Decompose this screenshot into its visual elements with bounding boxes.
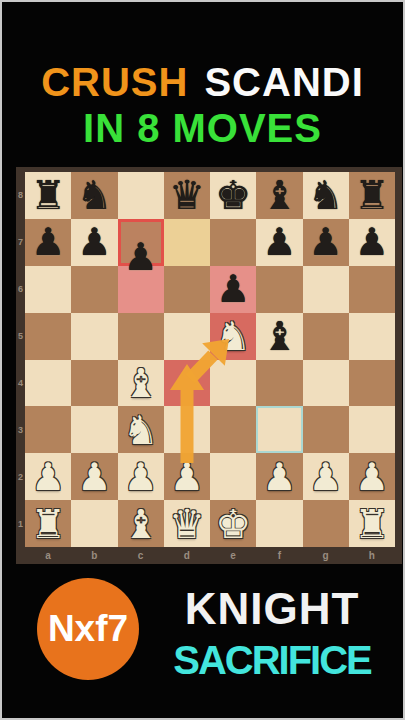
piece-black-pawn: ♟ xyxy=(349,219,395,266)
caption-sacrifice: SACRIFICE xyxy=(152,638,392,683)
square-b7[interactable]: ♟ xyxy=(71,219,117,266)
piece-white-bishop: ♝ xyxy=(118,500,164,547)
piece-black-pawn: ♟ xyxy=(210,266,256,313)
square-a4[interactable] xyxy=(25,360,71,407)
square-c4[interactable]: ♝ xyxy=(118,360,164,407)
board-grid: ♜♞♛♚♝♞♜♟♟♟♟♟♟♟♞♝♝♞♟♟♟♟♟♟♟♜♝♛♚♜ xyxy=(25,172,395,547)
square-e8[interactable]: ♚ xyxy=(210,172,256,219)
square-a1[interactable]: ♜ xyxy=(25,500,71,547)
file-label-h: h xyxy=(349,547,395,564)
square-a6[interactable] xyxy=(25,266,71,313)
square-b1[interactable] xyxy=(71,500,117,547)
piece-black-pawn: ♟ xyxy=(256,219,302,266)
piece-white-pawn: ♟ xyxy=(71,453,117,500)
move-badge-label: Nxf7 xyxy=(48,608,128,650)
square-f5[interactable]: ♝ xyxy=(256,313,302,360)
square-b4[interactable] xyxy=(71,360,117,407)
title-word-scandi: SCANDI xyxy=(204,59,363,105)
file-label-g: g xyxy=(303,547,349,564)
piece-white-king: ♚ xyxy=(210,500,256,547)
file-label-f: f xyxy=(256,547,302,564)
square-h1[interactable]: ♜ xyxy=(349,500,395,547)
square-g7[interactable]: ♟ xyxy=(303,219,349,266)
square-c3[interactable]: ♞ xyxy=(118,406,164,453)
square-e7[interactable] xyxy=(210,219,256,266)
chess-board: 87654321 abcdefgh ♜♞♛♚♝♞♜♟♟♟♟♟♟♟♞♝♝♞♟♟♟♟… xyxy=(16,167,402,564)
piece-black-pawn: ♟ xyxy=(303,219,349,266)
file-labels: abcdefgh xyxy=(25,547,395,564)
piece-white-pawn: ♟ xyxy=(164,453,210,500)
square-d7[interactable] xyxy=(164,219,210,266)
square-f2[interactable]: ♟ xyxy=(256,453,302,500)
rank-labels: 87654321 xyxy=(16,172,25,547)
square-h6[interactable] xyxy=(349,266,395,313)
square-e4[interactable] xyxy=(210,360,256,407)
square-d2[interactable]: ♟ xyxy=(164,453,210,500)
square-g4[interactable] xyxy=(303,360,349,407)
square-f4[interactable] xyxy=(256,360,302,407)
square-c1[interactable]: ♝ xyxy=(118,500,164,547)
title-word-crush: CRUSH xyxy=(41,59,188,105)
file-label-e: e xyxy=(210,547,256,564)
square-h8[interactable]: ♜ xyxy=(349,172,395,219)
square-b6[interactable] xyxy=(71,266,117,313)
square-c6[interactable] xyxy=(118,266,164,313)
piece-white-knight: ♞ xyxy=(118,406,164,453)
rank-label-6: 6 xyxy=(16,266,25,313)
piece-white-queen: ♛ xyxy=(164,500,210,547)
video-thumbnail: CRUSH SCANDI IN 8 MOVES 87654321 abcdefg… xyxy=(0,0,405,720)
square-e3[interactable] xyxy=(210,406,256,453)
rank-label-7: 7 xyxy=(16,219,25,266)
file-label-c: c xyxy=(118,547,164,564)
square-d5[interactable] xyxy=(164,313,210,360)
square-a7[interactable]: ♟ xyxy=(25,219,71,266)
piece-black-bishop: ♝ xyxy=(256,313,302,360)
piece-white-pawn: ♟ xyxy=(25,453,71,500)
piece-black-king: ♚ xyxy=(210,172,256,219)
title-line-2: IN 8 MOVES xyxy=(83,105,322,151)
square-d4[interactable] xyxy=(164,360,210,407)
piece-white-pawn: ♟ xyxy=(256,453,302,500)
square-b8[interactable]: ♞ xyxy=(71,172,117,219)
square-e2[interactable] xyxy=(210,453,256,500)
square-c5[interactable] xyxy=(118,313,164,360)
square-c2[interactable]: ♟ xyxy=(118,453,164,500)
square-h2[interactable]: ♟ xyxy=(349,453,395,500)
square-g2[interactable]: ♟ xyxy=(303,453,349,500)
bottom-banner: Nxf7 KNIGHT SACRIFICE xyxy=(2,564,403,720)
square-e5[interactable]: ♞ xyxy=(210,313,256,360)
square-a3[interactable] xyxy=(25,406,71,453)
piece-white-pawn: ♟ xyxy=(303,453,349,500)
piece-white-rook: ♜ xyxy=(25,500,71,547)
piece-white-pawn: ♟ xyxy=(118,453,164,500)
piece-white-bishop: ♝ xyxy=(118,360,164,407)
square-b5[interactable] xyxy=(71,313,117,360)
file-label-d: d xyxy=(164,547,210,564)
square-f8[interactable]: ♝ xyxy=(256,172,302,219)
square-c8[interactable] xyxy=(118,172,164,219)
file-label-a: a xyxy=(25,547,71,564)
rank-label-2: 2 xyxy=(16,453,25,500)
top-banner: CRUSH SCANDI IN 8 MOVES xyxy=(2,2,403,165)
piece-black-pawn: ♟ xyxy=(71,219,117,266)
square-d6[interactable] xyxy=(164,266,210,313)
rank-label-3: 3 xyxy=(16,406,25,453)
piece-white-pawn: ♟ xyxy=(349,453,395,500)
piece-black-pawn: ♟ xyxy=(25,219,71,266)
piece-black-knight: ♞ xyxy=(303,172,349,219)
piece-white-rook: ♜ xyxy=(349,500,395,547)
square-c7[interactable]: ♟ xyxy=(118,219,164,266)
square-g8[interactable]: ♞ xyxy=(303,172,349,219)
square-f3[interactable] xyxy=(256,406,302,453)
square-g1[interactable] xyxy=(303,500,349,547)
square-d3[interactable] xyxy=(164,406,210,453)
title-line-1: CRUSH SCANDI xyxy=(41,59,364,105)
square-a5[interactable] xyxy=(25,313,71,360)
file-label-b: b xyxy=(71,547,117,564)
square-g6[interactable] xyxy=(303,266,349,313)
square-d1[interactable]: ♛ xyxy=(164,500,210,547)
rank-label-8: 8 xyxy=(16,172,25,219)
square-f6[interactable] xyxy=(256,266,302,313)
caption-knight: KNIGHT xyxy=(152,584,392,634)
square-f7[interactable]: ♟ xyxy=(256,219,302,266)
square-h3[interactable] xyxy=(349,406,395,453)
square-b3[interactable] xyxy=(71,406,117,453)
square-a8[interactable]: ♜ xyxy=(25,172,71,219)
square-a2[interactable]: ♟ xyxy=(25,453,71,500)
square-e1[interactable]: ♚ xyxy=(210,500,256,547)
piece-black-knight: ♞ xyxy=(71,172,117,219)
square-h5[interactable] xyxy=(349,313,395,360)
rank-label-4: 4 xyxy=(16,360,25,407)
square-b2[interactable]: ♟ xyxy=(71,453,117,500)
square-g5[interactable] xyxy=(303,313,349,360)
square-d8[interactable]: ♛ xyxy=(164,172,210,219)
move-badge: Nxf7 xyxy=(37,578,139,680)
square-g3[interactable] xyxy=(303,406,349,453)
piece-white-knight: ♞ xyxy=(210,313,256,360)
rank-label-1: 1 xyxy=(16,500,25,547)
rank-label-5: 5 xyxy=(16,313,25,360)
piece-black-rook: ♜ xyxy=(25,172,71,219)
square-h4[interactable] xyxy=(349,360,395,407)
square-h7[interactable]: ♟ xyxy=(349,219,395,266)
piece-black-queen: ♛ xyxy=(164,172,210,219)
square-f1[interactable] xyxy=(256,500,302,547)
square-e6[interactable]: ♟ xyxy=(210,266,256,313)
piece-black-rook: ♜ xyxy=(349,172,395,219)
piece-black-bishop: ♝ xyxy=(256,172,302,219)
